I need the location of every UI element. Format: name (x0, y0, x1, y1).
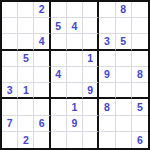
cell-r2c1[interactable] (2, 18, 18, 34)
cell-r9c4[interactable] (51, 132, 67, 148)
cell-r5c9[interactable]: 8 (132, 67, 148, 83)
cell-r9c1[interactable] (2, 132, 18, 148)
cell-r8c4[interactable] (51, 116, 67, 132)
cell-r5c8[interactable] (116, 67, 132, 83)
given-digit: 4 (39, 36, 45, 47)
cell-r4c7[interactable] (99, 51, 115, 67)
given-digit: 8 (137, 69, 143, 80)
cell-r1c1[interactable] (2, 2, 18, 18)
cell-r2c8[interactable] (116, 18, 132, 34)
cell-r9c5[interactable] (67, 132, 83, 148)
cell-r8c8[interactable] (116, 116, 132, 132)
cell-r7c7[interactable]: 8 (99, 99, 115, 115)
cell-r5c1[interactable] (2, 67, 18, 83)
given-digit: 2 (39, 4, 45, 15)
cell-r1c4[interactable] (51, 2, 67, 18)
cell-r2c4[interactable]: 5 (51, 18, 67, 34)
cell-r6c8[interactable] (116, 83, 132, 99)
given-digit: 2 (23, 135, 29, 146)
cell-r4c6[interactable]: 1 (83, 51, 99, 67)
sudoku-board: 28544355149831918576926 (0, 0, 150, 150)
given-digit: 8 (104, 102, 110, 113)
cell-r2c5[interactable]: 4 (67, 18, 83, 34)
cell-r6c6[interactable]: 9 (83, 83, 99, 99)
cell-r4c5[interactable] (67, 51, 83, 67)
cell-r3c9[interactable] (132, 34, 148, 50)
given-digit: 5 (120, 36, 126, 47)
cell-r3c4[interactable] (51, 34, 67, 50)
cell-r9c3[interactable] (34, 132, 50, 148)
cell-r2c2[interactable] (18, 18, 34, 34)
given-digit: 8 (120, 4, 126, 15)
given-digit: 9 (104, 69, 110, 80)
cell-r7c5[interactable]: 1 (67, 99, 83, 115)
cell-r1c5[interactable] (67, 2, 83, 18)
given-digit: 3 (7, 85, 13, 96)
cell-r4c2[interactable]: 5 (18, 51, 34, 67)
given-digit: 7 (7, 118, 13, 129)
cell-r5c6[interactable] (83, 67, 99, 83)
cell-r6c7[interactable] (99, 83, 115, 99)
cell-r3c3[interactable]: 4 (34, 34, 50, 50)
given-digit: 5 (55, 21, 61, 32)
cell-r9c9[interactable]: 6 (132, 132, 148, 148)
cell-r6c9[interactable] (132, 83, 148, 99)
given-digit: 5 (137, 102, 143, 113)
cell-r4c1[interactable] (2, 51, 18, 67)
cell-r9c6[interactable] (83, 132, 99, 148)
cell-r3c1[interactable] (2, 34, 18, 50)
cell-r9c8[interactable] (116, 132, 132, 148)
cell-r2c6[interactable] (83, 18, 99, 34)
cell-r5c5[interactable] (67, 67, 83, 83)
cell-r3c2[interactable] (18, 34, 34, 50)
cell-r6c4[interactable] (51, 83, 67, 99)
cell-r5c2[interactable] (18, 67, 34, 83)
cell-r5c7[interactable]: 9 (99, 67, 115, 83)
cell-r9c2[interactable]: 2 (18, 132, 34, 148)
cell-r2c3[interactable] (34, 18, 50, 34)
cell-r1c2[interactable] (18, 2, 34, 18)
cell-r2c9[interactable] (132, 18, 148, 34)
cell-r8c6[interactable] (83, 116, 99, 132)
cell-r6c1[interactable]: 3 (2, 83, 18, 99)
given-digit: 3 (104, 36, 110, 47)
cell-r8c3[interactable]: 6 (34, 116, 50, 132)
cell-r2c7[interactable] (99, 18, 115, 34)
cell-r7c6[interactable] (83, 99, 99, 115)
cell-r1c3[interactable]: 2 (34, 2, 50, 18)
given-digit: 5 (23, 53, 29, 64)
cell-r7c9[interactable]: 5 (132, 99, 148, 115)
cell-r3c8[interactable]: 5 (116, 34, 132, 50)
cell-r1c7[interactable] (99, 2, 115, 18)
cell-r8c9[interactable] (132, 116, 148, 132)
cell-r3c6[interactable] (83, 34, 99, 50)
cell-r8c1[interactable]: 7 (2, 116, 18, 132)
cell-r6c3[interactable] (34, 83, 50, 99)
given-digit: 9 (72, 118, 78, 129)
cell-r5c3[interactable] (34, 67, 50, 83)
cell-r1c8[interactable]: 8 (116, 2, 132, 18)
given-digit: 4 (72, 21, 78, 32)
given-digit: 9 (87, 85, 93, 96)
given-digit: 1 (72, 102, 78, 113)
cell-r1c9[interactable] (132, 2, 148, 18)
cell-r8c7[interactable] (99, 116, 115, 132)
cell-r7c8[interactable] (116, 99, 132, 115)
given-digit: 4 (55, 69, 61, 80)
cell-r6c2[interactable]: 1 (18, 83, 34, 99)
cell-r8c5[interactable]: 9 (67, 116, 83, 132)
cell-r6c5[interactable] (67, 83, 83, 99)
cell-r4c4[interactable] (51, 51, 67, 67)
cell-r3c5[interactable] (67, 34, 83, 50)
cell-r7c2[interactable] (18, 99, 34, 115)
cell-r9c7[interactable] (99, 132, 115, 148)
cell-r4c3[interactable] (34, 51, 50, 67)
cell-r4c8[interactable] (116, 51, 132, 67)
cell-r7c3[interactable] (34, 99, 50, 115)
cell-r5c4[interactable]: 4 (51, 67, 67, 83)
cell-r7c1[interactable] (2, 99, 18, 115)
cell-r1c6[interactable] (83, 2, 99, 18)
cell-r4c9[interactable] (132, 51, 148, 67)
given-digit: 6 (137, 135, 143, 146)
cell-r8c2[interactable] (18, 116, 34, 132)
given-digit: 1 (87, 53, 93, 64)
cell-r3c7[interactable]: 3 (99, 34, 115, 50)
cell-r7c4[interactable] (51, 99, 67, 115)
given-digit: 6 (39, 118, 45, 129)
given-digit: 1 (23, 85, 29, 96)
